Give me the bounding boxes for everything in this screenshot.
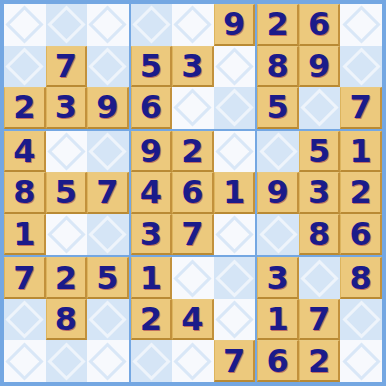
- cell-r3c7: 5: [257, 87, 299, 129]
- cell-r2c6[interactable]: [214, 46, 256, 88]
- given-digit: 3: [308, 176, 330, 208]
- cell-r2c8: 9: [299, 46, 341, 88]
- given-digit: 1: [266, 303, 288, 335]
- given-digit: 5: [96, 262, 118, 294]
- diamond-placeholder-icon: [47, 342, 85, 380]
- cell-r2c2: 7: [46, 46, 88, 88]
- diamond-placeholder-icon: [215, 132, 253, 170]
- cell-r9c9[interactable]: [340, 340, 382, 382]
- sudoku-board: 7239 9536 268957 48571 9246137 5193286 7…: [0, 0, 386, 386]
- given-digit: 4: [13, 135, 35, 167]
- cell-r3c6[interactable]: [214, 87, 256, 129]
- diamond-placeholder-icon: [89, 132, 127, 170]
- given-digit: 7: [181, 218, 203, 250]
- cell-r6c4: 3: [131, 214, 173, 256]
- diamond-placeholder-icon: [47, 6, 85, 44]
- cell-r9c2[interactable]: [46, 340, 88, 382]
- sudoku-box-1: 7239: [4, 4, 129, 129]
- cell-r6c1: 1: [4, 214, 46, 256]
- diamond-placeholder-icon: [47, 215, 85, 253]
- cell-r3c2: 3: [46, 87, 88, 129]
- diamond-placeholder-icon: [174, 89, 212, 127]
- cell-r7c8[interactable]: [299, 257, 341, 299]
- diamond-placeholder-icon: [6, 301, 44, 339]
- cell-r2c7: 8: [257, 46, 299, 88]
- cell-r2c1[interactable]: [4, 46, 46, 88]
- cell-r2c9[interactable]: [340, 46, 382, 88]
- cell-r4c9: 1: [340, 131, 382, 173]
- given-digit: 7: [13, 262, 35, 294]
- cell-r5c9: 2: [340, 172, 382, 214]
- cell-r6c5: 7: [172, 214, 214, 256]
- given-digit: 3: [140, 218, 162, 250]
- diamond-placeholder-icon: [89, 301, 127, 339]
- cell-r5c2: 5: [46, 172, 88, 214]
- cell-r5c6: 1: [214, 172, 256, 214]
- cell-r8c2: 8: [46, 299, 88, 341]
- cell-r3c5[interactable]: [172, 87, 214, 129]
- cell-r1c4[interactable]: [131, 4, 173, 46]
- sudoku-box-9: 381762: [257, 257, 382, 382]
- diamond-placeholder-icon: [215, 89, 253, 127]
- cell-r5c7: 9: [257, 172, 299, 214]
- given-digit: 3: [266, 262, 288, 294]
- cell-r7c9: 8: [340, 257, 382, 299]
- cell-r7c5[interactable]: [172, 257, 214, 299]
- given-digit: 7: [308, 303, 330, 335]
- diamond-placeholder-icon: [89, 47, 127, 85]
- cell-r5c3: 7: [87, 172, 129, 214]
- given-digit: 9: [96, 91, 118, 123]
- cell-r7c6[interactable]: [214, 257, 256, 299]
- cell-r3c1: 2: [4, 87, 46, 129]
- sudoku-box-7: 7258: [4, 257, 129, 382]
- cell-r4c6[interactable]: [214, 131, 256, 173]
- diamond-placeholder-icon: [259, 132, 297, 170]
- cell-r1c8: 6: [299, 4, 341, 46]
- diamond-placeholder-icon: [47, 132, 85, 170]
- cell-r6c6[interactable]: [214, 214, 256, 256]
- given-digit: 6: [140, 91, 162, 123]
- given-digit: 5: [55, 176, 77, 208]
- given-digit: 8: [308, 218, 330, 250]
- given-digit: 2: [350, 176, 372, 208]
- cell-r1c9[interactable]: [340, 4, 382, 46]
- given-digit: 4: [140, 176, 162, 208]
- cell-r6c2[interactable]: [46, 214, 88, 256]
- cell-r1c7: 2: [257, 4, 299, 46]
- diamond-placeholder-icon: [6, 342, 44, 380]
- cell-r8c1[interactable]: [4, 299, 46, 341]
- given-digit: 6: [266, 345, 288, 377]
- cell-r9c1[interactable]: [4, 340, 46, 382]
- sudoku-box-4: 48571: [4, 131, 129, 256]
- given-digit: 2: [13, 91, 35, 123]
- cell-r4c4: 9: [131, 131, 173, 173]
- diamond-placeholder-icon: [301, 259, 339, 297]
- given-digit: 1: [350, 135, 372, 167]
- diamond-placeholder-icon: [215, 215, 253, 253]
- diamond-placeholder-icon: [174, 342, 212, 380]
- cell-r9c7: 6: [257, 340, 299, 382]
- given-digit: 5: [266, 91, 288, 123]
- given-digit: 9: [266, 176, 288, 208]
- diamond-placeholder-icon: [215, 301, 253, 339]
- cell-r8c7: 1: [257, 299, 299, 341]
- cell-r8c3[interactable]: [87, 299, 129, 341]
- cell-r3c8[interactable]: [299, 87, 341, 129]
- given-digit: 6: [350, 218, 372, 250]
- cell-r6c9: 6: [340, 214, 382, 256]
- cell-r4c5: 2: [172, 131, 214, 173]
- sudoku-box-8: 1247: [131, 257, 256, 382]
- given-digit: 5: [308, 135, 330, 167]
- cell-r7c3: 5: [87, 257, 129, 299]
- cell-r5c8: 3: [299, 172, 341, 214]
- given-digit: 7: [223, 345, 245, 377]
- given-digit: 6: [181, 176, 203, 208]
- cell-r1c2[interactable]: [46, 4, 88, 46]
- given-digit: 7: [350, 91, 372, 123]
- cell-r4c2[interactable]: [46, 131, 88, 173]
- diamond-placeholder-icon: [342, 301, 380, 339]
- given-digit: 3: [55, 91, 77, 123]
- given-digit: 7: [96, 176, 118, 208]
- cell-r1c6: 9: [214, 4, 256, 46]
- cell-r8c5: 4: [172, 299, 214, 341]
- cell-r8c6[interactable]: [214, 299, 256, 341]
- diamond-placeholder-icon: [132, 6, 170, 44]
- given-digit: 9: [308, 50, 330, 82]
- given-digit: 3: [181, 50, 203, 82]
- given-digit: 9: [223, 8, 245, 40]
- diamond-placeholder-icon: [342, 6, 380, 44]
- sudoku-box-5: 9246137: [131, 131, 256, 256]
- cell-r5c4: 4: [131, 172, 173, 214]
- given-digit: 9: [140, 135, 162, 167]
- given-digit: 2: [55, 262, 77, 294]
- cell-r9c4[interactable]: [131, 340, 173, 382]
- cell-r2c3[interactable]: [87, 46, 129, 88]
- cell-r8c8: 7: [299, 299, 341, 341]
- given-digit: 6: [308, 8, 330, 40]
- given-digit: 5: [140, 50, 162, 82]
- given-digit: 2: [308, 345, 330, 377]
- given-digit: 1: [223, 176, 245, 208]
- cell-r2c4: 5: [131, 46, 173, 88]
- diamond-placeholder-icon: [215, 259, 253, 297]
- cell-r7c4: 1: [131, 257, 173, 299]
- given-digit: 8: [266, 50, 288, 82]
- cell-r2c5: 3: [172, 46, 214, 88]
- cell-r7c2: 2: [46, 257, 88, 299]
- cell-r9c8: 2: [299, 340, 341, 382]
- diamond-placeholder-icon: [6, 6, 44, 44]
- given-digit: 8: [55, 303, 77, 335]
- cell-r9c6: 7: [214, 340, 256, 382]
- diamond-placeholder-icon: [174, 259, 212, 297]
- given-digit: 2: [266, 8, 288, 40]
- diamond-placeholder-icon: [301, 89, 339, 127]
- cell-r8c9[interactable]: [340, 299, 382, 341]
- cell-r1c3[interactable]: [87, 4, 129, 46]
- cell-r6c8: 8: [299, 214, 341, 256]
- diamond-placeholder-icon: [132, 342, 170, 380]
- cell-r6c3[interactable]: [87, 214, 129, 256]
- given-digit: 4: [181, 303, 203, 335]
- diamond-placeholder-icon: [342, 342, 380, 380]
- given-digit: 7: [55, 50, 77, 82]
- cell-r4c8: 5: [299, 131, 341, 173]
- cell-r4c1: 4: [4, 131, 46, 173]
- sudoku-box-6: 5193286: [257, 131, 382, 256]
- diamond-placeholder-icon: [89, 215, 127, 253]
- given-digit: 1: [13, 218, 35, 250]
- sudoku-box-2: 9536: [131, 4, 256, 129]
- given-digit: 8: [350, 262, 372, 294]
- cell-r9c5[interactable]: [172, 340, 214, 382]
- cell-r6c7[interactable]: [257, 214, 299, 256]
- cell-r1c1[interactable]: [4, 4, 46, 46]
- diamond-placeholder-icon: [215, 47, 253, 85]
- cell-r7c7: 3: [257, 257, 299, 299]
- diamond-placeholder-icon: [174, 6, 212, 44]
- diamond-placeholder-icon: [89, 6, 127, 44]
- cell-r4c7[interactable]: [257, 131, 299, 173]
- diamond-placeholder-icon: [89, 342, 127, 380]
- given-digit: 2: [181, 135, 203, 167]
- cell-r3c9: 7: [340, 87, 382, 129]
- cell-r1c5[interactable]: [172, 4, 214, 46]
- sudoku-box-3: 268957: [257, 4, 382, 129]
- given-digit: 2: [140, 303, 162, 335]
- diamond-placeholder-icon: [342, 47, 380, 85]
- cell-r8c4: 2: [131, 299, 173, 341]
- given-digit: 1: [140, 262, 162, 294]
- cell-r9c3[interactable]: [87, 340, 129, 382]
- diamond-placeholder-icon: [6, 47, 44, 85]
- cell-r4c3[interactable]: [87, 131, 129, 173]
- diamond-placeholder-icon: [259, 215, 297, 253]
- given-digit: 8: [13, 176, 35, 208]
- cell-r7c1: 7: [4, 257, 46, 299]
- cell-r3c4: 6: [131, 87, 173, 129]
- cell-r3c3: 9: [87, 87, 129, 129]
- cell-r5c5: 6: [172, 172, 214, 214]
- cell-r5c1: 8: [4, 172, 46, 214]
